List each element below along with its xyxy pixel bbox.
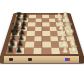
board-squares: ♜♟♟♜♞♟♟♞♝♟♟♝♛♟♟♛♚♟♟♚♝♟♟♝♞♟♟♞♜♟♟♜	[6, 15, 79, 54]
square-h3	[51, 47, 61, 54]
piece-black-pawn-h7: ♟	[15, 46, 23, 55]
square-h4	[42, 47, 51, 54]
square-h1: ♜	[68, 47, 78, 54]
piece-white-pawn-h2: ♟	[61, 46, 69, 55]
board-edge-cap-left	[0, 56, 4, 63]
square-h2: ♟	[59, 47, 69, 54]
fold-seam	[41, 15, 42, 54]
hinge-left	[9, 58, 13, 61]
board-edge-cap-right	[79, 56, 84, 63]
board-front-edge	[0, 56, 84, 63]
piece-white-rook-h1: ♜	[70, 45, 79, 55]
board-shadow	[1, 63, 83, 64]
label-sticker	[65, 58, 70, 61]
label-sticker-red	[68, 58, 71, 61]
hinge-right	[28, 58, 32, 61]
chess-set-photo: ♜♟♟♜♞♟♟♞♝♟♟♝♛♟♟♛♚♟♟♚♝♟♟♝♞♟♟♞♜♟♟♜	[0, 0, 84, 84]
piece-black-rook-h8: ♜	[6, 45, 15, 55]
square-g6	[25, 41, 34, 47]
chess-board: ♜♟♟♜♞♟♟♞♝♟♟♝♛♟♟♛♚♟♟♚♝♟♟♝♞♟♟♞♜♟♟♜	[0, 13, 84, 57]
square-f6	[26, 36, 35, 41]
